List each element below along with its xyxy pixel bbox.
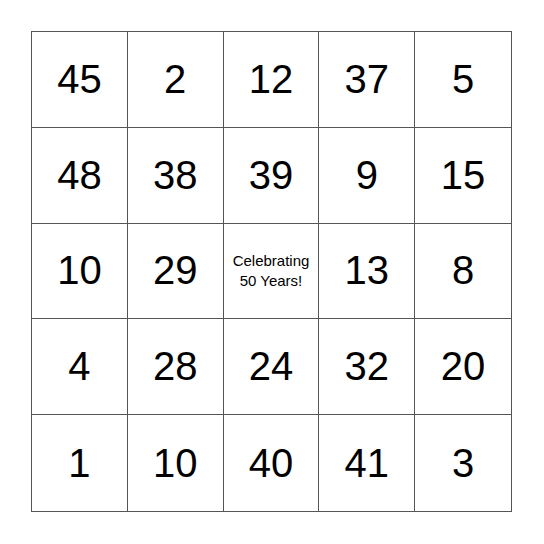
bingo-board: 452123754838399151029Celebrating50 Years… [31, 31, 512, 512]
bingo-cell-r1c0[interactable]: 48 [32, 128, 128, 224]
bingo-cell-r0c2[interactable]: 12 [224, 32, 320, 128]
bingo-cell-r3c0[interactable]: 4 [32, 319, 128, 415]
bingo-cell-r4c1[interactable]: 10 [128, 415, 224, 511]
bingo-cell-r4c0[interactable]: 1 [32, 415, 128, 511]
bingo-cell-r2c4[interactable]: 8 [415, 224, 511, 320]
bingo-cell-r0c4[interactable]: 5 [415, 32, 511, 128]
bingo-cell-r1c1[interactable]: 38 [128, 128, 224, 224]
bingo-cell-r3c1[interactable]: 28 [128, 319, 224, 415]
free-space-line-2: 50 Years! [240, 271, 303, 291]
bingo-cell-r2c3[interactable]: 13 [319, 224, 415, 320]
bingo-cell-r3c4[interactable]: 20 [415, 319, 511, 415]
bingo-cell-r2c0[interactable]: 10 [32, 224, 128, 320]
bingo-cell-r3c2[interactable]: 24 [224, 319, 320, 415]
bingo-cell-r4c3[interactable]: 41 [319, 415, 415, 511]
bingo-cell-r2c1[interactable]: 29 [128, 224, 224, 320]
bingo-cell-r0c1[interactable]: 2 [128, 32, 224, 128]
bingo-cell-r3c3[interactable]: 32 [319, 319, 415, 415]
free-space-line-1: Celebrating [233, 251, 310, 271]
bingo-cell-r1c4[interactable]: 15 [415, 128, 511, 224]
bingo-cell-r1c3[interactable]: 9 [319, 128, 415, 224]
bingo-cell-r4c4[interactable]: 3 [415, 415, 511, 511]
bingo-card-page: 452123754838399151029Celebrating50 Years… [0, 0, 544, 544]
bingo-free-space[interactable]: Celebrating50 Years! [224, 224, 320, 320]
bingo-cell-r4c2[interactable]: 40 [224, 415, 320, 511]
bingo-cell-r0c0[interactable]: 45 [32, 32, 128, 128]
bingo-cell-r1c2[interactable]: 39 [224, 128, 320, 224]
bingo-cell-r0c3[interactable]: 37 [319, 32, 415, 128]
